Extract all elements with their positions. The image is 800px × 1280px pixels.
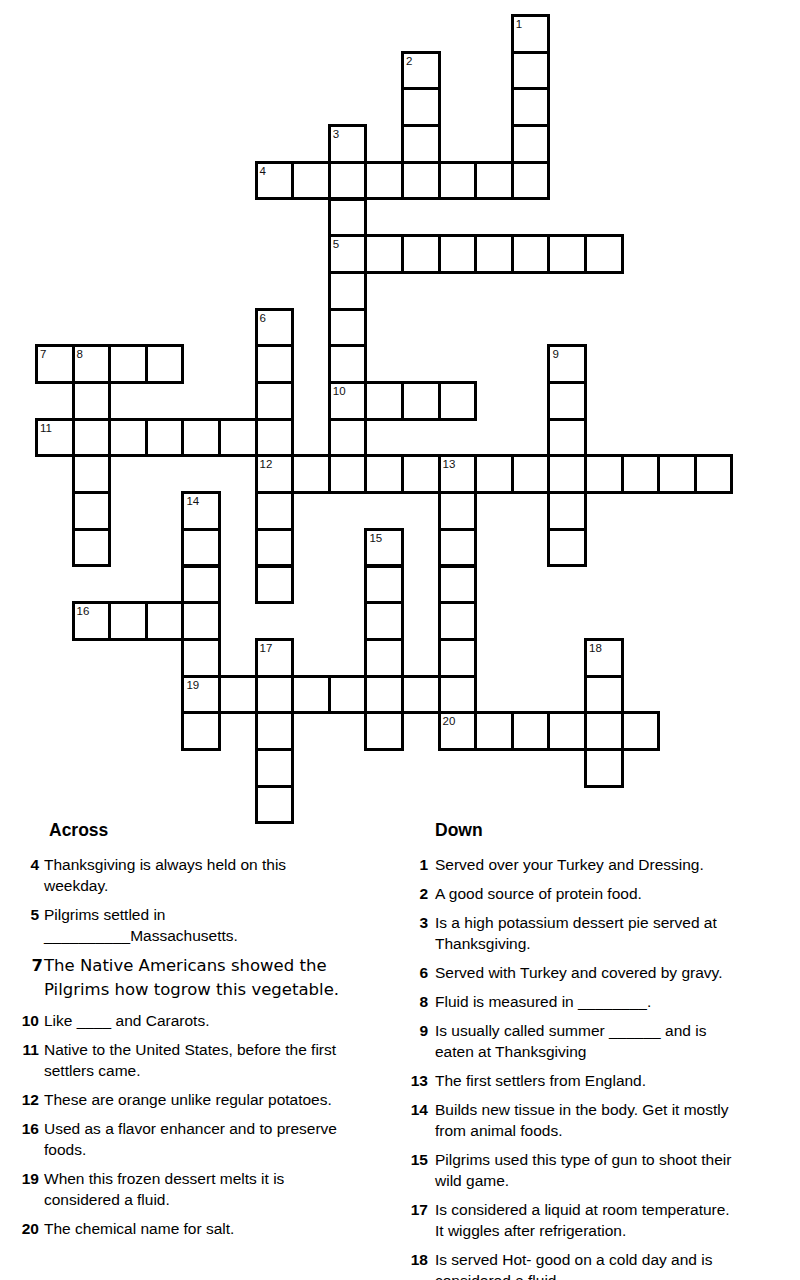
grid-cell[interactable]: 8 <box>72 344 112 384</box>
grid-cell[interactable]: 19 <box>181 675 221 715</box>
clue-text: Pilgrims used this type of gun to shoot … <box>435 1149 790 1191</box>
clue-number: 5 <box>16 904 44 925</box>
grid-cell[interactable] <box>364 601 404 641</box>
across-clue-7: 7The Native Americans showed the Pilgrim… <box>16 954 388 1002</box>
grid-cell[interactable] <box>438 161 478 201</box>
cell-number-label: 12 <box>260 457 273 471</box>
clue-text: Pilgrims settled in __________Massachuse… <box>44 904 388 946</box>
grid-cell[interactable] <box>328 344 368 384</box>
clue-text: Native to the United States, before the … <box>44 1039 388 1081</box>
cell-number-label: 6 <box>260 311 266 325</box>
grid-cell[interactable] <box>145 418 185 458</box>
grid-cell[interactable] <box>72 528 112 568</box>
down-clue-13: 13The first settlers from England. <box>404 1070 790 1091</box>
grid-cell[interactable] <box>364 638 404 678</box>
grid-cell[interactable] <box>584 675 624 715</box>
clue-text: The Native Americans showed the Pilgrims… <box>44 954 388 1002</box>
clue-number: 20 <box>16 1218 44 1239</box>
grid-cell[interactable] <box>72 381 112 421</box>
grid-cell[interactable] <box>145 601 185 641</box>
cell-number-label: 4 <box>260 164 266 178</box>
down-clue-9: 9Is usually called summer ______ and is … <box>404 1020 790 1062</box>
grid-cell[interactable] <box>364 565 404 605</box>
grid-cell[interactable] <box>328 454 368 494</box>
grid-cell[interactable]: 14 <box>181 491 221 531</box>
grid-cell[interactable] <box>181 528 221 568</box>
clue-number: 19 <box>16 1168 44 1189</box>
cell-number-label: 14 <box>186 494 199 508</box>
clue-text: A good source of protein food. <box>435 883 790 904</box>
clue-number: 10 <box>16 1010 44 1031</box>
grid-cell[interactable] <box>364 234 404 274</box>
clue-number: 9 <box>404 1020 435 1041</box>
grid-cell[interactable] <box>108 418 148 458</box>
grid-cell[interactable] <box>255 785 295 825</box>
across-header: Across <box>49 820 388 841</box>
grid-cell[interactable]: 9 <box>547 344 587 384</box>
cell-number-label: 3 <box>333 127 339 141</box>
grid-cell[interactable] <box>181 638 221 678</box>
grid-cell[interactable] <box>401 454 441 494</box>
grid-cell[interactable] <box>72 454 112 494</box>
grid-cell[interactable] <box>438 234 478 274</box>
grid-cell[interactable]: 16 <box>72 601 112 641</box>
down-clue-8: 8Fluid is measured in ________. <box>404 991 790 1012</box>
down-clue-15: 15Pilgrims used this type of gun to shoo… <box>404 1149 790 1191</box>
grid-cell[interactable] <box>255 491 295 531</box>
down-clue-3: 3Is a high potassium dessert pie served … <box>404 912 790 954</box>
clue-text: Is a high potassium dessert pie served a… <box>435 912 790 954</box>
clue-text: The chemical name for salt. <box>44 1218 388 1239</box>
cell-number-label: 10 <box>333 384 346 398</box>
grid-cell[interactable] <box>547 491 587 531</box>
grid-cell[interactable] <box>218 418 258 458</box>
grid-cell[interactable]: 12 <box>255 454 295 494</box>
grid-cell[interactable] <box>511 124 551 164</box>
grid-cell[interactable] <box>181 418 221 458</box>
clue-number: 18 <box>404 1249 435 1270</box>
grid-cell[interactable] <box>401 234 441 274</box>
clue-text: Is served Hot- good on a cold day and is… <box>435 1249 790 1280</box>
clue-number: 13 <box>404 1070 435 1091</box>
clue-text: Fluid is measured in ________. <box>435 991 790 1012</box>
clue-number: 12 <box>16 1089 44 1110</box>
grid-cell[interactable] <box>255 748 295 788</box>
across-clue-11: 11Native to the United States, before th… <box>16 1039 388 1081</box>
cell-number-label: 9 <box>552 347 558 361</box>
grid-cell[interactable] <box>438 638 478 678</box>
clue-number: 15 <box>404 1149 435 1170</box>
grid-cell[interactable] <box>291 675 331 715</box>
grid-cell[interactable] <box>584 748 624 788</box>
clue-text: Is considered a liquid at room temperatu… <box>435 1199 790 1241</box>
clue-number: 4 <box>16 854 44 875</box>
grid-cell[interactable] <box>511 87 551 127</box>
grid-cell[interactable] <box>511 711 551 751</box>
across-clue-16: 16Used as a flavor enhancer and to prese… <box>16 1118 388 1160</box>
grid-cell[interactable] <box>547 418 587 458</box>
grid-cell[interactable] <box>328 161 368 201</box>
down-clue-17: 17Is considered a liquid at room tempera… <box>404 1199 790 1241</box>
clue-number: 11 <box>16 1039 44 1060</box>
grid-cell[interactable] <box>621 711 661 751</box>
grid-cell[interactable]: 15 <box>364 528 404 568</box>
grid-cell[interactable] <box>181 711 221 751</box>
clue-text: These are orange unlike regular potatoes… <box>44 1089 388 1110</box>
crossword-worksheet-page: { "game": "crossword", "theme": "Thanksg… <box>0 0 800 1280</box>
grid-cell[interactable]: 20 <box>438 711 478 751</box>
grid-cell[interactable] <box>181 601 221 641</box>
grid-cell[interactable] <box>255 381 295 421</box>
grid-cell[interactable] <box>108 344 148 384</box>
cell-number-label: 8 <box>77 347 83 361</box>
grid-cell[interactable] <box>364 675 404 715</box>
grid-cell[interactable] <box>438 601 478 641</box>
across-clues-section: Across 4Thanksgiving is always held on t… <box>16 820 388 1247</box>
clue-number: 17 <box>404 1199 435 1220</box>
grid-cell[interactable]: 2 <box>401 51 441 91</box>
grid-cell[interactable] <box>291 161 331 201</box>
clue-text: The first settlers from England. <box>435 1070 790 1091</box>
grid-cell[interactable] <box>547 381 587 421</box>
cell-number-label: 18 <box>589 641 602 655</box>
clue-text: Used as a flavor enhancer and to preserv… <box>44 1118 388 1160</box>
grid-cell[interactable] <box>474 454 514 494</box>
grid-cell[interactable] <box>181 565 221 605</box>
grid-cell[interactable]: 6 <box>255 308 295 348</box>
grid-cell[interactable] <box>401 87 441 127</box>
grid-cell[interactable] <box>584 234 624 274</box>
crossword-grid: 1234567891011121314151617181920 <box>0 0 800 828</box>
clue-number: 7 <box>16 954 44 978</box>
clue-text: Thanksgiving is always held on this week… <box>44 854 388 896</box>
across-clue-5: 5Pilgrims settled in __________Massachus… <box>16 904 388 946</box>
grid-cell[interactable]: 13 <box>438 454 478 494</box>
cell-number-label: 7 <box>40 347 46 361</box>
clue-number: 1 <box>404 854 435 875</box>
clue-number: 6 <box>404 962 435 983</box>
clue-text: Is usually called summer ______ and is e… <box>435 1020 790 1062</box>
grid-cell[interactable] <box>145 344 185 384</box>
grid-cell[interactable] <box>328 271 368 311</box>
grid-cell[interactable] <box>438 491 478 531</box>
grid-cell[interactable]: 18 <box>584 638 624 678</box>
clue-number: 2 <box>404 883 435 904</box>
down-clue-2: 2A good source of protein food. <box>404 883 790 904</box>
grid-cell[interactable] <box>547 711 587 751</box>
clue-text: When this frozen dessert melts it is con… <box>44 1168 388 1210</box>
across-clue-19: 19When this frozen dessert melts it is c… <box>16 1168 388 1210</box>
down-clues-section: Down 1Served over your Turkey and Dressi… <box>404 820 790 1280</box>
grid-cell[interactable]: 5 <box>328 234 368 274</box>
grid-cell[interactable] <box>364 454 404 494</box>
grid-cell[interactable] <box>255 418 295 458</box>
clue-number: 14 <box>404 1099 435 1120</box>
clue-number: 3 <box>404 912 435 933</box>
grid-cell[interactable] <box>694 454 734 494</box>
grid-cell[interactable] <box>584 454 624 494</box>
cell-number-label: 5 <box>333 237 339 251</box>
clue-number: 16 <box>16 1118 44 1139</box>
cell-number-label: 11 <box>40 421 52 435</box>
clue-text: Builds new tissue in the body. Get it mo… <box>435 1099 790 1141</box>
grid-cell[interactable]: 7 <box>35 344 75 384</box>
grid-cell[interactable] <box>72 491 112 531</box>
grid-cell[interactable] <box>328 418 368 458</box>
grid-cell[interactable] <box>364 161 404 201</box>
grid-cell[interactable] <box>328 198 368 238</box>
down-clue-list: 1Served over your Turkey and Dressing.2A… <box>404 854 790 1280</box>
grid-cell[interactable] <box>401 124 441 164</box>
grid-cell[interactable] <box>511 454 551 494</box>
grid-cell[interactable] <box>291 454 331 494</box>
down-clue-18: 18Is served Hot- good on a cold day and … <box>404 1249 790 1280</box>
grid-cell[interactable] <box>584 711 624 751</box>
cell-number-label: 1 <box>516 17 522 31</box>
grid-cell[interactable] <box>108 601 148 641</box>
grid-cell[interactable]: 4 <box>255 161 295 201</box>
cell-number-label: 13 <box>443 457 456 471</box>
across-clue-20: 20The chemical name for salt. <box>16 1218 388 1239</box>
grid-cell[interactable] <box>438 528 478 568</box>
grid-cell[interactable] <box>255 675 295 715</box>
grid-cell[interactable] <box>401 675 441 715</box>
grid-cell[interactable] <box>255 711 295 751</box>
across-clue-4: 4Thanksgiving is always held on this wee… <box>16 854 388 896</box>
grid-cell[interactable] <box>547 454 587 494</box>
down-clue-6: 6Served with Turkey and covered by gravy… <box>404 962 790 983</box>
grid-cell[interactable] <box>657 454 697 494</box>
cell-number-label: 2 <box>406 54 412 68</box>
across-clue-list: 4Thanksgiving is always held on this wee… <box>16 854 388 1239</box>
grid-cell[interactable] <box>401 381 441 421</box>
clue-text: Served with Turkey and covered by gravy. <box>435 962 790 983</box>
grid-cell[interactable] <box>511 161 551 201</box>
grid-cell[interactable] <box>547 234 587 274</box>
cell-number-label: 17 <box>260 641 273 655</box>
cell-number-label: 19 <box>186 678 199 692</box>
grid-cell[interactable]: 3 <box>328 124 368 164</box>
across-clue-12: 12These are orange unlike regular potato… <box>16 1089 388 1110</box>
down-clue-1: 1Served over your Turkey and Dressing. <box>404 854 790 875</box>
grid-cell[interactable] <box>255 565 295 605</box>
down-clue-14: 14Builds new tissue in the body. Get it … <box>404 1099 790 1141</box>
grid-cell[interactable] <box>218 675 258 715</box>
grid-cell[interactable] <box>438 565 478 605</box>
grid-cell[interactable] <box>328 308 368 348</box>
grid-cell[interactable] <box>401 161 441 201</box>
grid-cell[interactable] <box>72 418 112 458</box>
grid-cell[interactable]: 10 <box>328 381 368 421</box>
down-header: Down <box>435 820 790 841</box>
grid-cell[interactable] <box>364 711 404 751</box>
grid-cell[interactable] <box>547 528 587 568</box>
cell-number-label: 15 <box>369 531 382 545</box>
cell-number-label: 20 <box>443 714 456 728</box>
grid-cell[interactable] <box>511 234 551 274</box>
grid-cell[interactable] <box>621 454 661 494</box>
grid-cell[interactable] <box>474 234 514 274</box>
grid-cell[interactable] <box>255 344 295 384</box>
grid-cell[interactable] <box>511 51 551 91</box>
grid-cell[interactable]: 1 <box>511 14 551 54</box>
cell-number-label: 16 <box>77 604 90 618</box>
grid-cell[interactable] <box>474 161 514 201</box>
across-clue-10: 10Like ____ and Cararots. <box>16 1010 388 1031</box>
grid-cell[interactable] <box>474 711 514 751</box>
grid-cell[interactable]: 11 <box>35 418 75 458</box>
grid-cell[interactable]: 17 <box>255 638 295 678</box>
grid-cell[interactable] <box>328 675 368 715</box>
grid-cell[interactable] <box>255 528 295 568</box>
clue-text: Like ____ and Cararots. <box>44 1010 388 1031</box>
clue-text: Served over your Turkey and Dressing. <box>435 854 790 875</box>
clue-number: 8 <box>404 991 435 1012</box>
grid-cell[interactable] <box>438 675 478 715</box>
grid-cell[interactable] <box>438 381 478 421</box>
grid-cell[interactable] <box>364 381 404 421</box>
